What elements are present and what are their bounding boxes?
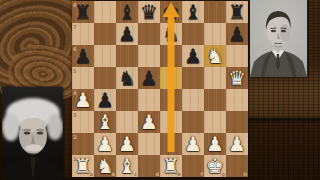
square-f8[interactable]: ♝	[182, 1, 204, 23]
square-a4[interactable]: 4♟	[72, 89, 94, 111]
square-b4[interactable]: ♟	[94, 89, 116, 111]
square-g3[interactable]	[204, 111, 226, 133]
square-e8[interactable]: ♚	[160, 1, 182, 23]
piece-white-pawn-h2[interactable]: ♟	[226, 133, 248, 155]
square-c8[interactable]: ♝	[116, 1, 138, 23]
piece-black-bishop-f8[interactable]: ♝	[182, 1, 204, 23]
square-c3[interactable]	[116, 111, 138, 133]
piece-black-rook-a8[interactable]: ♜	[72, 1, 94, 23]
square-f1[interactable]: f	[182, 155, 204, 177]
square-g6[interactable]: ♞	[204, 45, 226, 67]
square-f7[interactable]	[182, 23, 204, 45]
square-h7[interactable]: ♟	[226, 23, 248, 45]
square-h3[interactable]	[226, 111, 248, 133]
file-label-f: f	[201, 171, 203, 177]
rank-label-3: 3	[73, 112, 76, 118]
piece-black-king-e8[interactable]: ♚	[160, 1, 182, 23]
piece-white-knight-g6[interactable]: ♞	[204, 45, 226, 67]
square-a8[interactable]: 8♜	[72, 1, 94, 23]
piece-black-pawn-f6[interactable]: ♟	[182, 45, 204, 67]
square-h8[interactable]: ♜	[226, 1, 248, 23]
square-d3[interactable]: ♟	[138, 111, 160, 133]
file-label-d: d	[155, 171, 159, 177]
square-h5[interactable]: ♛	[226, 67, 248, 89]
piece-white-rook-a1[interactable]: ♜	[72, 155, 94, 177]
piece-white-pawn-f2[interactable]: ♟	[182, 133, 204, 155]
square-e2[interactable]	[160, 133, 182, 155]
square-f2[interactable]: ♟	[182, 133, 204, 155]
oppenheimer-portrait	[250, 0, 307, 77]
square-d6[interactable]	[138, 45, 160, 67]
piece-white-bishop-c1[interactable]: ♝	[116, 155, 138, 177]
piece-white-pawn-c2[interactable]: ♟	[116, 133, 138, 155]
square-e6[interactable]	[160, 45, 182, 67]
piece-black-pawn-d5[interactable]: ♟	[138, 67, 160, 89]
piece-white-pawn-b2[interactable]: ♟	[94, 133, 116, 155]
square-f5[interactable]	[182, 67, 204, 89]
square-d8[interactable]: ♛	[138, 1, 160, 23]
piece-black-bishop-c8[interactable]: ♝	[116, 1, 138, 23]
square-a1[interactable]: 1a♜	[72, 155, 94, 177]
rank-label-2: 2	[73, 134, 76, 140]
piece-black-knight-e7[interactable]: ♞	[160, 23, 182, 45]
square-h4[interactable]	[226, 89, 248, 111]
square-c1[interactable]: c♝	[116, 155, 138, 177]
square-e5[interactable]	[160, 67, 182, 89]
piece-white-rook-e1[interactable]: ♜	[160, 155, 182, 177]
piece-black-pawn-a6[interactable]: ♟	[72, 45, 94, 67]
square-f4[interactable]	[182, 89, 204, 111]
square-h2[interactable]: ♟	[226, 133, 248, 155]
square-c7[interactable]: ♟	[116, 23, 138, 45]
piece-black-pawn-h7[interactable]: ♟	[226, 23, 248, 45]
square-g2[interactable]: ♟	[204, 133, 226, 155]
square-b5[interactable]	[94, 67, 116, 89]
square-b7[interactable]	[94, 23, 116, 45]
piece-white-pawn-a4[interactable]: ♟	[72, 89, 94, 111]
square-a7[interactable]: 7	[72, 23, 94, 45]
square-g7[interactable]	[204, 23, 226, 45]
einstein-portrait	[2, 87, 63, 180]
rank-label-5: 5	[73, 68, 76, 74]
square-a5[interactable]: 5	[72, 67, 94, 89]
square-a6[interactable]: 6♟	[72, 45, 94, 67]
square-b3[interactable]: ♝	[94, 111, 116, 133]
square-g4[interactable]	[204, 89, 226, 111]
piece-white-king-g1[interactable]: ♚	[204, 155, 226, 177]
piece-white-pawn-g2[interactable]: ♟	[204, 133, 226, 155]
square-e3[interactable]	[160, 111, 182, 133]
square-c5[interactable]: ♞	[116, 67, 138, 89]
square-f3[interactable]	[182, 111, 204, 133]
piece-black-queen-d8[interactable]: ♛	[138, 1, 160, 23]
square-h6[interactable]	[226, 45, 248, 67]
square-g5[interactable]	[204, 67, 226, 89]
piece-black-pawn-b4[interactable]: ♟	[94, 89, 116, 111]
square-a2[interactable]: 2	[72, 133, 94, 155]
square-e1[interactable]: e♜	[160, 155, 182, 177]
square-g1[interactable]: g♚	[204, 155, 226, 177]
square-g8[interactable]	[204, 1, 226, 23]
square-c2[interactable]: ♟	[116, 133, 138, 155]
square-a3[interactable]: 3	[72, 111, 94, 133]
piece-white-queen-h5[interactable]: ♛	[226, 67, 248, 89]
piece-white-knight-b1[interactable]: ♞	[94, 155, 116, 177]
square-d2[interactable]	[138, 133, 160, 155]
square-d4[interactable]	[138, 89, 160, 111]
chess-board[interactable]: 8♜♝♛♚♝♜7♟♞♟6♟♟♞5♞♟♛4♟♟3♝♟2♟♟♟♟♟1a♜b♞c♝de…	[72, 1, 248, 177]
rank-label-7: 7	[73, 24, 76, 30]
square-d1[interactable]: d	[138, 155, 160, 177]
square-b1[interactable]: b♞	[94, 155, 116, 177]
square-d5[interactable]: ♟	[138, 67, 160, 89]
piece-white-pawn-d3[interactable]: ♟	[138, 111, 160, 133]
thumbnail-canvas: 8♜♝♛♚♝♜7♟♞♟6♟♟♞5♞♟♛4♟♟3♝♟2♟♟♟♟♟1a♜b♞c♝de…	[0, 0, 320, 180]
square-c4[interactable]	[116, 89, 138, 111]
square-h1[interactable]: h	[226, 155, 248, 177]
square-b2[interactable]: ♟	[94, 133, 116, 155]
square-e4[interactable]	[160, 89, 182, 111]
square-b6[interactable]	[94, 45, 116, 67]
piece-black-pawn-c7[interactable]: ♟	[116, 23, 138, 45]
square-f6[interactable]: ♟	[182, 45, 204, 67]
square-b8[interactable]	[94, 1, 116, 23]
file-label-h: h	[243, 171, 247, 177]
piece-white-bishop-b3[interactable]: ♝	[94, 111, 116, 133]
piece-black-knight-c5[interactable]: ♞	[116, 67, 138, 89]
piece-black-rook-h8[interactable]: ♜	[226, 1, 248, 23]
square-c6[interactable]	[116, 45, 138, 67]
square-d7[interactable]	[138, 23, 160, 45]
square-e7[interactable]: ♞	[160, 23, 182, 45]
